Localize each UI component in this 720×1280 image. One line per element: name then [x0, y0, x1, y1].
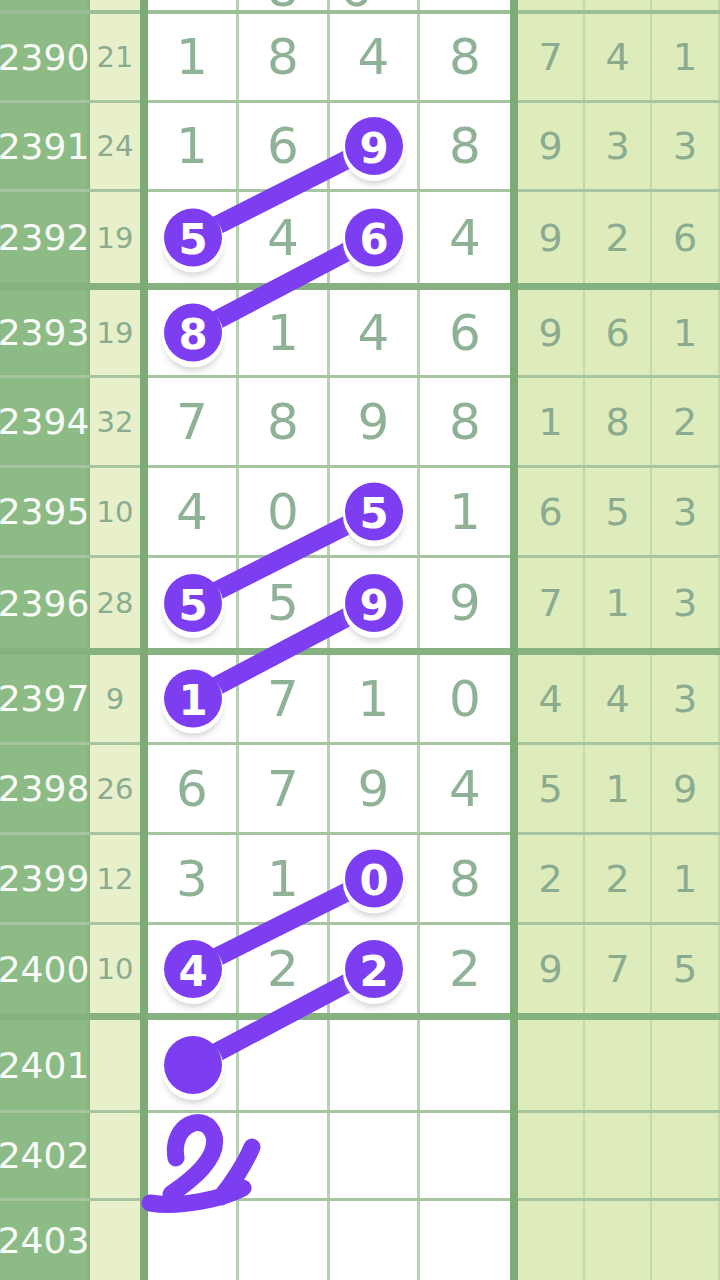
- circled-digit-text: 1: [178, 676, 207, 725]
- circled-digit: 9: [343, 117, 405, 184]
- circled-digit-text: 8: [178, 310, 207, 359]
- circled-digit-text: 4: [178, 947, 207, 996]
- circled-digit-text: 9: [359, 124, 388, 173]
- circled-digit: 5: [162, 209, 224, 276]
- circled-digit: 9: [343, 574, 405, 641]
- circled-digit-text: 5: [178, 215, 207, 264]
- prediction-marks-overlay: 95685591042: [0, 0, 720, 1280]
- circled-digit-text: 2: [359, 947, 388, 996]
- circled-digit-text: 5: [359, 489, 388, 538]
- circled-digit: 1: [162, 670, 224, 737]
- circled-digit: 5: [162, 574, 224, 641]
- circled-digit: 4: [162, 940, 224, 1007]
- circled-digit: 2: [343, 940, 405, 1007]
- circled-digit-text: 0: [359, 856, 388, 905]
- circled-digit: 5: [343, 483, 405, 550]
- circled-digit-text: 6: [359, 215, 388, 264]
- lottery-trend-board: 8623902118487412391241698933239219546492…: [0, 0, 720, 1280]
- circled-digit: 6: [343, 209, 405, 276]
- handwritten-digit: [150, 1123, 252, 1205]
- dot: [164, 1036, 222, 1094]
- circled-digit-text: 9: [359, 581, 388, 630]
- circled-digit: 8: [162, 304, 224, 371]
- solid-dot-marker: [162, 1036, 224, 1103]
- circled-digit-text: 5: [178, 581, 207, 630]
- circled-digit: 0: [343, 850, 405, 917]
